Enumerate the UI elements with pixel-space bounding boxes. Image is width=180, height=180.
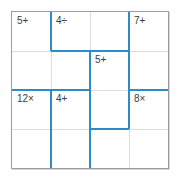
kenken-puzzle-page: { "game": "kenken-calcudoku-4x4", "posit… <box>0 0 180 180</box>
kenken-board: 5+4÷7+5+12×4+8× <box>11 11 169 169</box>
cage-clue-r1c1: 5+ <box>17 15 28 26</box>
cage-border-segment <box>50 12 52 51</box>
cage-border-segment <box>50 90 52 168</box>
cage-clue-r3c2: 4+ <box>56 93 67 104</box>
cage-border-segment <box>51 50 129 52</box>
cage-border-segment <box>128 90 130 129</box>
cage-clue-r2c3: 5+ <box>95 54 106 65</box>
cage-border-segment <box>12 89 90 91</box>
cell-r2c4[interactable] <box>129 51 168 90</box>
cage-border-segment <box>90 128 129 130</box>
cage-clue-r1c4: 7+ <box>134 15 145 26</box>
cage-border-segment <box>129 89 168 91</box>
cage-border-segment <box>89 51 91 168</box>
cell-r4c3[interactable] <box>90 129 129 168</box>
cage-clue-r3c1: 12× <box>17 93 34 104</box>
cell-r4c2[interactable] <box>51 129 90 168</box>
cell-r1c3[interactable] <box>90 12 129 51</box>
cage-clue-r3c4: 8× <box>134 93 145 104</box>
cage-clue-r1c2: 4÷ <box>56 15 67 26</box>
cell-r4c4[interactable] <box>129 129 168 168</box>
cell-r2c2[interactable] <box>51 51 90 90</box>
cell-r3c3[interactable] <box>90 90 129 129</box>
cell-r2c1[interactable] <box>12 51 51 90</box>
cell-r4c1[interactable] <box>12 129 51 168</box>
